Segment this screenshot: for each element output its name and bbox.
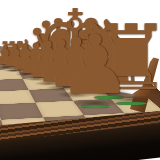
pieces-layer: ♜♞♝♛♚♝♞♜♟♟♟♟♟♟♟♟ [0, 0, 160, 160]
pawn-h2: ♟ [58, 24, 132, 106]
chess-set-photo: ♜♞♝♛♚♝♞♜♟♟♟♟♟♟♟♟ [0, 0, 160, 160]
